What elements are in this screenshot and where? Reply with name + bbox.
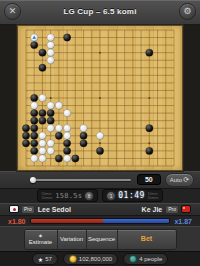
left-player: Pro Lee Sedol xyxy=(10,205,71,214)
sequence-button[interactable]: Sequence xyxy=(87,230,118,249)
coin-icon xyxy=(69,255,77,263)
move-slider[interactable] xyxy=(30,172,131,188)
go-app-window: ✕ LG Cup – 6.5 komi ⚙ 50 Auto ⟳ 50min 5t… xyxy=(0,0,200,266)
left-periods-badge: 8 xyxy=(84,191,94,201)
star-count: 57 xyxy=(45,256,52,262)
variation-button[interactable]: Variation xyxy=(58,230,87,249)
players-row: Pro Lee Sedol Ke Jie Pro xyxy=(0,203,200,215)
left-clock-settings: 50min 5times xyxy=(41,192,53,199)
right-odds-value: x1.87 xyxy=(174,218,192,225)
right-player-clock: 1 01:49 10min 5times xyxy=(102,189,162,202)
right-player: Ke Jie Pro xyxy=(142,205,190,214)
slider-handle[interactable] xyxy=(30,177,36,183)
left-odds-value: x1.80 xyxy=(8,218,26,225)
left-player-name: Lee Sedol xyxy=(38,206,71,213)
korea-flag-icon xyxy=(10,206,18,212)
people-count: 4 people xyxy=(139,256,162,262)
left-clock-time: 158.5s xyxy=(55,192,82,200)
right-periods-badge: 1 xyxy=(106,191,116,201)
estimate-button[interactable]: ✶ Estimate xyxy=(25,230,58,249)
right-clock-time: 01:49 xyxy=(118,191,145,200)
china-flag-icon xyxy=(182,206,190,212)
page-title: LG Cup – 6.5 komi xyxy=(63,7,136,16)
move-slider-row: 50 Auto ⟳ xyxy=(0,171,200,188)
top-bar: ✕ LG Cup – 6.5 komi ⚙ xyxy=(0,0,200,25)
go-board[interactable] xyxy=(17,25,183,171)
right-odds-segment xyxy=(103,219,170,223)
refresh-icon: ⟳ xyxy=(183,174,189,186)
left-odds-segment xyxy=(31,219,103,223)
actions-row: ✶ Estimate Variation Sequence Bet xyxy=(0,226,200,251)
coin-count: 102,800,000 xyxy=(79,256,112,262)
clock-row: 50min 5times 158.5s 8 1 01:49 10min 5tim… xyxy=(0,188,200,203)
people-count-pill[interactable]: 4 people xyxy=(123,253,168,265)
action-button-bar: ✶ Estimate Variation Sequence Bet xyxy=(24,229,177,250)
star-count-pill[interactable]: ★ 57 xyxy=(32,253,58,265)
right-player-name: Ke Jie xyxy=(142,206,163,213)
slider-track[interactable] xyxy=(30,179,131,181)
star-icon: ★ xyxy=(38,256,43,263)
right-pro-badge: Pro xyxy=(165,205,179,214)
right-clock-settings: 10min 5times xyxy=(147,192,159,199)
board-area xyxy=(0,25,200,171)
left-player-clock: 50min 5times 158.5s 8 xyxy=(37,189,98,202)
footer-stats: ★ 57 102,800,000 4 people xyxy=(0,251,200,266)
auto-play-button[interactable]: Auto ⟳ xyxy=(165,173,194,187)
move-number-badge: 50 xyxy=(137,174,161,185)
people-icon xyxy=(129,255,137,263)
left-pro-badge: Pro xyxy=(21,205,35,214)
gear-icon[interactable]: ⚙ xyxy=(179,3,196,20)
close-icon[interactable]: ✕ xyxy=(4,3,21,20)
auto-label: Auto xyxy=(170,174,182,186)
odds-row: x1.80 x1.87 xyxy=(0,215,200,227)
bet-button[interactable]: Bet xyxy=(118,230,176,249)
odds-bar xyxy=(30,218,171,224)
coin-count-pill[interactable]: 102,800,000 xyxy=(63,253,118,265)
